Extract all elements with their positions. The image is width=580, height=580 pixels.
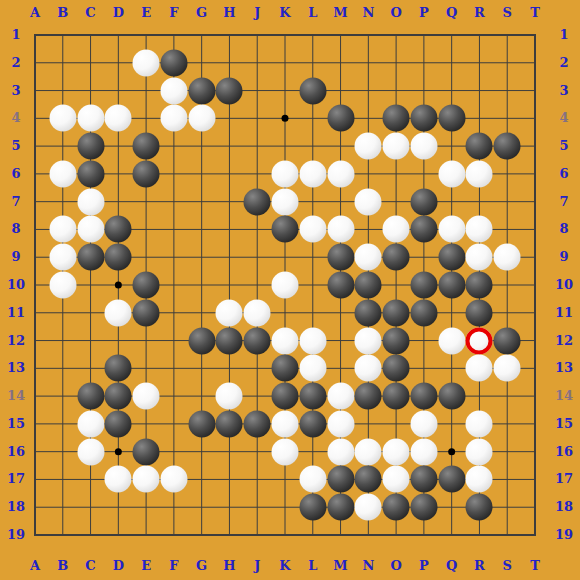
row-label-right-7: 7 xyxy=(552,194,576,210)
stone-white-J11[interactable] xyxy=(244,299,271,326)
stone-black-O14[interactable] xyxy=(383,383,410,410)
stone-black-O12[interactable] xyxy=(383,327,410,354)
col-label-top-R: R xyxy=(467,5,491,21)
hoshi-K4 xyxy=(282,115,289,122)
col-label-top-Q: Q xyxy=(440,5,464,21)
stone-black-M10[interactable] xyxy=(327,272,354,299)
stone-black-O13[interactable] xyxy=(383,355,410,382)
hoshi-Q16 xyxy=(448,448,455,455)
stone-black-O4[interactable] xyxy=(383,105,410,132)
stone-black-P18[interactable] xyxy=(410,494,437,521)
row-label-left-6: 6 xyxy=(4,166,28,182)
stone-white-S9[interactable] xyxy=(494,244,521,271)
stone-white-N5[interactable] xyxy=(355,133,382,160)
col-label-bottom-G: G xyxy=(190,558,214,574)
stone-white-M16[interactable] xyxy=(327,438,354,465)
stone-white-S13[interactable] xyxy=(494,355,521,382)
stone-white-O5[interactable] xyxy=(383,133,410,160)
stone-white-B10[interactable] xyxy=(49,272,76,299)
row-label-left-15: 15 xyxy=(4,416,28,432)
stone-black-R5[interactable] xyxy=(466,133,493,160)
col-label-top-M: M xyxy=(329,5,353,21)
stone-black-D15[interactable] xyxy=(105,410,132,437)
row-label-right-8: 8 xyxy=(552,221,576,237)
col-label-bottom-T: T xyxy=(523,558,547,574)
stone-white-G4[interactable] xyxy=(188,105,215,132)
row-label-right-14: 14 xyxy=(552,388,576,404)
stone-black-J7[interactable] xyxy=(244,188,271,215)
stone-white-M6[interactable] xyxy=(327,160,354,187)
col-label-top-H: H xyxy=(217,5,241,21)
stone-black-P11[interactable] xyxy=(410,299,437,326)
col-label-top-G: G xyxy=(190,5,214,21)
stone-white-K7[interactable] xyxy=(272,188,299,215)
stone-white-R17[interactable] xyxy=(466,466,493,493)
row-label-right-17: 17 xyxy=(552,471,576,487)
stone-black-P8[interactable] xyxy=(410,216,437,243)
stone-black-E10[interactable] xyxy=(133,272,160,299)
stone-white-Q12[interactable] xyxy=(438,327,465,354)
row-label-left-16: 16 xyxy=(4,444,28,460)
stone-white-C8[interactable] xyxy=(77,216,104,243)
stone-white-K6[interactable] xyxy=(272,160,299,187)
stone-white-M15[interactable] xyxy=(327,410,354,437)
stone-black-E5[interactable] xyxy=(133,133,160,160)
col-label-bottom-S: S xyxy=(495,558,519,574)
stone-black-R11[interactable] xyxy=(466,299,493,326)
stone-white-K15[interactable] xyxy=(272,410,299,437)
stone-black-P17[interactable] xyxy=(410,466,437,493)
stone-white-Q8[interactable] xyxy=(438,216,465,243)
col-label-top-B: B xyxy=(51,5,75,21)
stone-black-O11[interactable] xyxy=(383,299,410,326)
row-label-left-2: 2 xyxy=(4,55,28,71)
stone-black-L18[interactable] xyxy=(299,494,326,521)
stone-black-J15[interactable] xyxy=(244,410,271,437)
stone-white-K16[interactable] xyxy=(272,438,299,465)
col-label-bottom-P: P xyxy=(412,558,436,574)
col-label-bottom-F: F xyxy=(162,558,186,574)
stone-white-N16[interactable] xyxy=(355,438,382,465)
stone-black-N17[interactable] xyxy=(355,466,382,493)
row-label-left-8: 8 xyxy=(4,221,28,237)
stone-black-D8[interactable] xyxy=(105,216,132,243)
row-label-left-13: 13 xyxy=(4,360,28,376)
col-label-bottom-M: M xyxy=(329,558,353,574)
stone-black-P7[interactable] xyxy=(410,188,437,215)
stone-black-S5[interactable] xyxy=(494,133,521,160)
stone-black-O9[interactable] xyxy=(383,244,410,271)
stone-white-H11[interactable] xyxy=(216,299,243,326)
row-label-left-14: 14 xyxy=(4,388,28,404)
stone-white-E17[interactable] xyxy=(133,466,160,493)
stone-white-C15[interactable] xyxy=(77,410,104,437)
stone-white-O17[interactable] xyxy=(383,466,410,493)
col-label-top-L: L xyxy=(301,5,325,21)
stone-black-J12[interactable] xyxy=(244,327,271,354)
col-label-bottom-O: O xyxy=(384,558,408,574)
row-label-right-19: 19 xyxy=(552,527,576,543)
stone-white-F17[interactable] xyxy=(160,466,187,493)
stone-black-K13[interactable] xyxy=(272,355,299,382)
col-label-bottom-R: R xyxy=(467,558,491,574)
col-label-top-O: O xyxy=(384,5,408,21)
col-label-top-S: S xyxy=(495,5,519,21)
stone-white-B9[interactable] xyxy=(49,244,76,271)
stone-black-P10[interactable] xyxy=(410,272,437,299)
stone-black-E11[interactable] xyxy=(133,299,160,326)
stone-white-C7[interactable] xyxy=(77,188,104,215)
stone-white-N13[interactable] xyxy=(355,355,382,382)
stone-black-Q4[interactable] xyxy=(438,105,465,132)
row-label-right-11: 11 xyxy=(552,305,576,321)
stone-white-P15[interactable] xyxy=(410,410,437,437)
stone-black-E16[interactable] xyxy=(133,438,160,465)
last-move-marker xyxy=(466,327,493,354)
stone-white-B4[interactable] xyxy=(49,105,76,132)
col-label-top-A: A xyxy=(23,5,47,21)
stone-white-N9[interactable] xyxy=(355,244,382,271)
stone-black-F2[interactable] xyxy=(160,49,187,76)
stone-black-Q17[interactable] xyxy=(438,466,465,493)
stone-white-E14[interactable] xyxy=(133,383,160,410)
stone-white-F3[interactable] xyxy=(160,77,187,104)
stone-black-Q14[interactable] xyxy=(438,383,465,410)
row-label-left-18: 18 xyxy=(4,499,28,515)
col-label-bottom-N: N xyxy=(356,558,380,574)
stone-white-D11[interactable] xyxy=(105,299,132,326)
stone-white-R6[interactable] xyxy=(466,160,493,187)
stone-white-O16[interactable] xyxy=(383,438,410,465)
stone-black-H15[interactable] xyxy=(216,410,243,437)
row-label-left-3: 3 xyxy=(4,83,28,99)
row-label-right-12: 12 xyxy=(552,333,576,349)
stone-black-N14[interactable] xyxy=(355,383,382,410)
stone-black-C14[interactable] xyxy=(77,383,104,410)
col-label-bottom-E: E xyxy=(134,558,158,574)
stone-black-Q9[interactable] xyxy=(438,244,465,271)
stone-black-G15[interactable] xyxy=(188,410,215,437)
row-label-right-13: 13 xyxy=(552,360,576,376)
col-label-top-T: T xyxy=(523,5,547,21)
stone-black-N11[interactable] xyxy=(355,299,382,326)
stone-black-R18[interactable] xyxy=(466,494,493,521)
stone-white-C16[interactable] xyxy=(77,438,104,465)
row-label-right-4: 4 xyxy=(552,110,576,126)
stone-black-C6[interactable] xyxy=(77,160,104,187)
col-label-top-K: K xyxy=(273,5,297,21)
col-label-top-P: P xyxy=(412,5,436,21)
stone-white-N12[interactable] xyxy=(355,327,382,354)
row-label-left-5: 5 xyxy=(4,138,28,154)
stone-black-C9[interactable] xyxy=(77,244,104,271)
stone-white-D17[interactable] xyxy=(105,466,132,493)
row-label-right-15: 15 xyxy=(552,416,576,432)
stone-black-N10[interactable] xyxy=(355,272,382,299)
stone-black-M18[interactable] xyxy=(327,494,354,521)
col-label-bottom-B: B xyxy=(51,558,75,574)
stone-black-K14[interactable] xyxy=(272,383,299,410)
stone-black-M17[interactable] xyxy=(327,466,354,493)
row-label-right-5: 5 xyxy=(552,138,576,154)
stone-white-N7[interactable] xyxy=(355,188,382,215)
stone-black-D9[interactable] xyxy=(105,244,132,271)
row-label-right-1: 1 xyxy=(552,27,576,43)
stone-white-B6[interactable] xyxy=(49,160,76,187)
stone-white-Q6[interactable] xyxy=(438,160,465,187)
row-label-left-9: 9 xyxy=(4,249,28,265)
col-label-top-E: E xyxy=(134,5,158,21)
stone-black-H3[interactable] xyxy=(216,77,243,104)
stone-white-N18[interactable] xyxy=(355,494,382,521)
row-label-left-10: 10 xyxy=(4,277,28,293)
stone-white-B8[interactable] xyxy=(49,216,76,243)
stone-black-P4[interactable] xyxy=(410,105,437,132)
stone-black-Q10[interactable] xyxy=(438,272,465,299)
stone-white-M14[interactable] xyxy=(327,383,354,410)
stone-white-H14[interactable] xyxy=(216,383,243,410)
stone-black-O18[interactable] xyxy=(383,494,410,521)
col-label-bottom-K: K xyxy=(273,558,297,574)
stone-black-M4[interactable] xyxy=(327,105,354,132)
row-label-right-16: 16 xyxy=(552,444,576,460)
row-label-right-10: 10 xyxy=(552,277,576,293)
stone-white-R9[interactable] xyxy=(466,244,493,271)
row-label-right-6: 6 xyxy=(552,166,576,182)
row-label-left-17: 17 xyxy=(4,471,28,487)
stone-black-L15[interactable] xyxy=(299,410,326,437)
stone-black-M9[interactable] xyxy=(327,244,354,271)
stone-black-R10[interactable] xyxy=(466,272,493,299)
go-board-app: ABCDEFGHJKLMNOPQRST ABCDEFGHJKLMNOPQRST … xyxy=(0,0,580,580)
stone-black-K8[interactable] xyxy=(272,216,299,243)
col-label-top-F: F xyxy=(162,5,186,21)
stone-white-R15[interactable] xyxy=(466,410,493,437)
col-label-bottom-C: C xyxy=(79,558,103,574)
row-label-right-18: 18 xyxy=(552,499,576,515)
col-label-bottom-L: L xyxy=(301,558,325,574)
col-label-bottom-A: A xyxy=(23,558,47,574)
col-label-top-C: C xyxy=(79,5,103,21)
stone-white-L13[interactable] xyxy=(299,355,326,382)
hoshi-D16 xyxy=(115,448,122,455)
col-label-top-N: N xyxy=(356,5,380,21)
stone-black-G3[interactable] xyxy=(188,77,215,104)
col-label-bottom-Q: Q xyxy=(440,558,464,574)
stone-black-C5[interactable] xyxy=(77,133,104,160)
col-label-bottom-H: H xyxy=(217,558,241,574)
row-label-left-1: 1 xyxy=(4,27,28,43)
stone-white-P16[interactable] xyxy=(410,438,437,465)
row-label-right-2: 2 xyxy=(552,55,576,71)
stone-black-L3[interactable] xyxy=(299,77,326,104)
row-label-left-11: 11 xyxy=(4,305,28,321)
hoshi-D10 xyxy=(115,282,122,289)
stone-black-S12[interactable] xyxy=(494,327,521,354)
stone-white-L6[interactable] xyxy=(299,160,326,187)
row-label-right-3: 3 xyxy=(552,83,576,99)
stone-black-P14[interactable] xyxy=(410,383,437,410)
stone-black-E6[interactable] xyxy=(133,160,160,187)
row-label-right-9: 9 xyxy=(552,249,576,265)
stone-white-K10[interactable] xyxy=(272,272,299,299)
stone-black-H12[interactable] xyxy=(216,327,243,354)
stone-white-E2[interactable] xyxy=(133,49,160,76)
row-label-left-19: 19 xyxy=(4,527,28,543)
row-label-left-4: 4 xyxy=(4,110,28,126)
stone-black-D14[interactable] xyxy=(105,383,132,410)
stone-white-F4[interactable] xyxy=(160,105,187,132)
stone-white-D4[interactable] xyxy=(105,105,132,132)
col-label-top-D: D xyxy=(106,5,130,21)
stone-white-L12[interactable] xyxy=(299,327,326,354)
stone-white-P5[interactable] xyxy=(410,133,437,160)
stone-white-K12[interactable] xyxy=(272,327,299,354)
stone-white-L8[interactable] xyxy=(299,216,326,243)
row-label-left-12: 12 xyxy=(4,333,28,349)
stone-white-M8[interactable] xyxy=(327,216,354,243)
stone-black-G12[interactable] xyxy=(188,327,215,354)
row-label-left-7: 7 xyxy=(4,194,28,210)
stone-white-O8[interactable] xyxy=(383,216,410,243)
stone-white-R8[interactable] xyxy=(466,216,493,243)
stone-white-R16[interactable] xyxy=(466,438,493,465)
stone-white-C4[interactable] xyxy=(77,105,104,132)
col-label-top-J: J xyxy=(245,5,269,21)
stone-black-D13[interactable] xyxy=(105,355,132,382)
col-label-bottom-D: D xyxy=(106,558,130,574)
stone-black-L14[interactable] xyxy=(299,383,326,410)
stone-white-R12[interactable] xyxy=(466,327,493,354)
col-label-bottom-J: J xyxy=(245,558,269,574)
stone-white-L17[interactable] xyxy=(299,466,326,493)
stone-white-R13[interactable] xyxy=(466,355,493,382)
